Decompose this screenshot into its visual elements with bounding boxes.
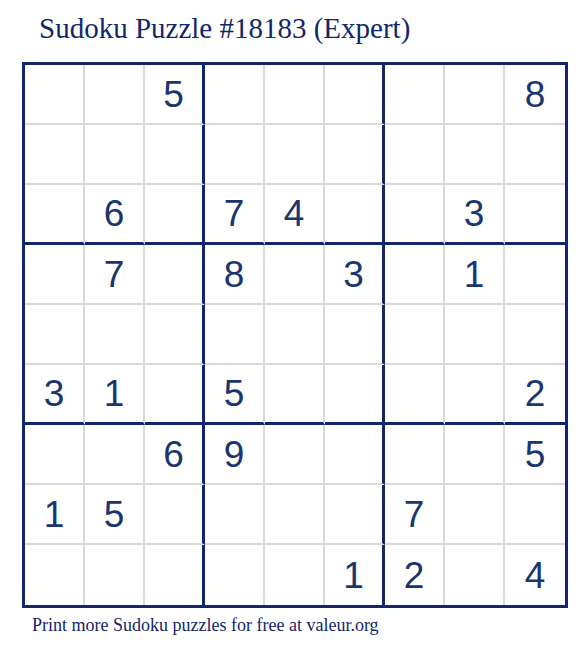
sudoku-cell-r3c1[interactable] <box>25 185 85 245</box>
sudoku-cell-r5c6[interactable] <box>325 305 385 365</box>
sudoku-cell-r6c4[interactable]: 5 <box>205 365 265 425</box>
sudoku-cell-r7c3[interactable]: 6 <box>145 425 205 485</box>
sudoku-cell-r1c3[interactable]: 5 <box>145 65 205 125</box>
sudoku-cell-r4c3[interactable] <box>145 245 205 305</box>
sudoku-cell-r5c1[interactable] <box>25 305 85 365</box>
sudoku-cell-r4c1[interactable] <box>25 245 85 305</box>
sudoku-cell-r5c5[interactable] <box>265 305 325 365</box>
sudoku-cell-r8c5[interactable] <box>265 485 325 545</box>
sudoku-cell-r7c5[interactable] <box>265 425 325 485</box>
sudoku-cell-r1c4[interactable] <box>205 65 265 125</box>
sudoku-cell-r8c4[interactable] <box>205 485 265 545</box>
sudoku-cell-r5c7[interactable] <box>385 305 445 365</box>
sudoku-cell-r5c2[interactable] <box>85 305 145 365</box>
sudoku-cell-r2c7[interactable] <box>385 125 445 185</box>
sudoku-cell-r9c7[interactable]: 2 <box>385 545 445 605</box>
sudoku-cell-r4c7[interactable] <box>385 245 445 305</box>
sudoku-cell-r2c4[interactable] <box>205 125 265 185</box>
sudoku-cell-r9c4[interactable] <box>205 545 265 605</box>
sudoku-cell-r2c8[interactable] <box>445 125 505 185</box>
sudoku-cell-r6c6[interactable] <box>325 365 385 425</box>
footer-text: Print more Sudoku puzzles for free at va… <box>32 615 379 636</box>
sudoku-cell-r1c8[interactable] <box>445 65 505 125</box>
sudoku-page: Sudoku Puzzle #18183 (Expert) 5867437831… <box>0 0 580 651</box>
sudoku-cell-r7c2[interactable] <box>85 425 145 485</box>
page-title: Sudoku Puzzle #18183 (Expert) <box>39 13 410 45</box>
sudoku-cell-r3c2[interactable]: 6 <box>85 185 145 245</box>
sudoku-cell-r6c9[interactable]: 2 <box>505 365 565 425</box>
sudoku-cell-r8c7[interactable]: 7 <box>385 485 445 545</box>
sudoku-cell-r3c3[interactable] <box>145 185 205 245</box>
sudoku-cell-r8c1[interactable]: 1 <box>25 485 85 545</box>
sudoku-cell-r5c3[interactable] <box>145 305 205 365</box>
sudoku-cell-r3c5[interactable]: 4 <box>265 185 325 245</box>
sudoku-cell-r8c9[interactable] <box>505 485 565 545</box>
sudoku-cell-r4c5[interactable] <box>265 245 325 305</box>
sudoku-cell-r7c8[interactable] <box>445 425 505 485</box>
sudoku-cell-r6c3[interactable] <box>145 365 205 425</box>
sudoku-cell-r3c7[interactable] <box>385 185 445 245</box>
sudoku-cell-r8c8[interactable] <box>445 485 505 545</box>
sudoku-cell-r7c6[interactable] <box>325 425 385 485</box>
sudoku-cell-r3c8[interactable]: 3 <box>445 185 505 245</box>
sudoku-cell-r4c8[interactable]: 1 <box>445 245 505 305</box>
sudoku-cell-r6c5[interactable] <box>265 365 325 425</box>
sudoku-cell-r1c2[interactable] <box>85 65 145 125</box>
sudoku-cell-r1c6[interactable] <box>325 65 385 125</box>
sudoku-cell-r7c4[interactable]: 9 <box>205 425 265 485</box>
sudoku-cell-r4c6[interactable]: 3 <box>325 245 385 305</box>
sudoku-cell-r1c1[interactable] <box>25 65 85 125</box>
sudoku-cell-r1c5[interactable] <box>265 65 325 125</box>
sudoku-cell-r9c1[interactable] <box>25 545 85 605</box>
sudoku-cell-r9c9[interactable]: 4 <box>505 545 565 605</box>
sudoku-board: 58674378313152695157124 <box>22 62 568 608</box>
sudoku-cell-r9c5[interactable] <box>265 545 325 605</box>
sudoku-cell-r7c1[interactable] <box>25 425 85 485</box>
sudoku-cell-r2c2[interactable] <box>85 125 145 185</box>
sudoku-cell-r2c3[interactable] <box>145 125 205 185</box>
sudoku-cell-r1c7[interactable] <box>385 65 445 125</box>
sudoku-cell-r4c9[interactable] <box>505 245 565 305</box>
sudoku-cell-r3c6[interactable] <box>325 185 385 245</box>
sudoku-cell-r4c4[interactable]: 8 <box>205 245 265 305</box>
sudoku-cell-r4c2[interactable]: 7 <box>85 245 145 305</box>
sudoku-cell-r2c6[interactable] <box>325 125 385 185</box>
sudoku-cell-r3c4[interactable]: 7 <box>205 185 265 245</box>
sudoku-cell-r8c2[interactable]: 5 <box>85 485 145 545</box>
sudoku-cell-r7c9[interactable]: 5 <box>505 425 565 485</box>
sudoku-cell-r2c5[interactable] <box>265 125 325 185</box>
sudoku-cell-r3c9[interactable] <box>505 185 565 245</box>
sudoku-cell-r6c8[interactable] <box>445 365 505 425</box>
sudoku-cell-r7c7[interactable] <box>385 425 445 485</box>
sudoku-cell-r8c6[interactable] <box>325 485 385 545</box>
sudoku-cell-r9c6[interactable]: 1 <box>325 545 385 605</box>
sudoku-cell-r5c9[interactable] <box>505 305 565 365</box>
sudoku-cell-r2c9[interactable] <box>505 125 565 185</box>
sudoku-cell-r9c8[interactable] <box>445 545 505 605</box>
sudoku-cell-r6c1[interactable]: 3 <box>25 365 85 425</box>
sudoku-cell-r6c7[interactable] <box>385 365 445 425</box>
sudoku-cell-r8c3[interactable] <box>145 485 205 545</box>
sudoku-cell-r5c8[interactable] <box>445 305 505 365</box>
sudoku-cell-r6c2[interactable]: 1 <box>85 365 145 425</box>
sudoku-cell-r1c9[interactable]: 8 <box>505 65 565 125</box>
sudoku-cell-r5c4[interactable] <box>205 305 265 365</box>
sudoku-cell-r2c1[interactable] <box>25 125 85 185</box>
sudoku-cell-r9c3[interactable] <box>145 545 205 605</box>
sudoku-cell-r9c2[interactable] <box>85 545 145 605</box>
